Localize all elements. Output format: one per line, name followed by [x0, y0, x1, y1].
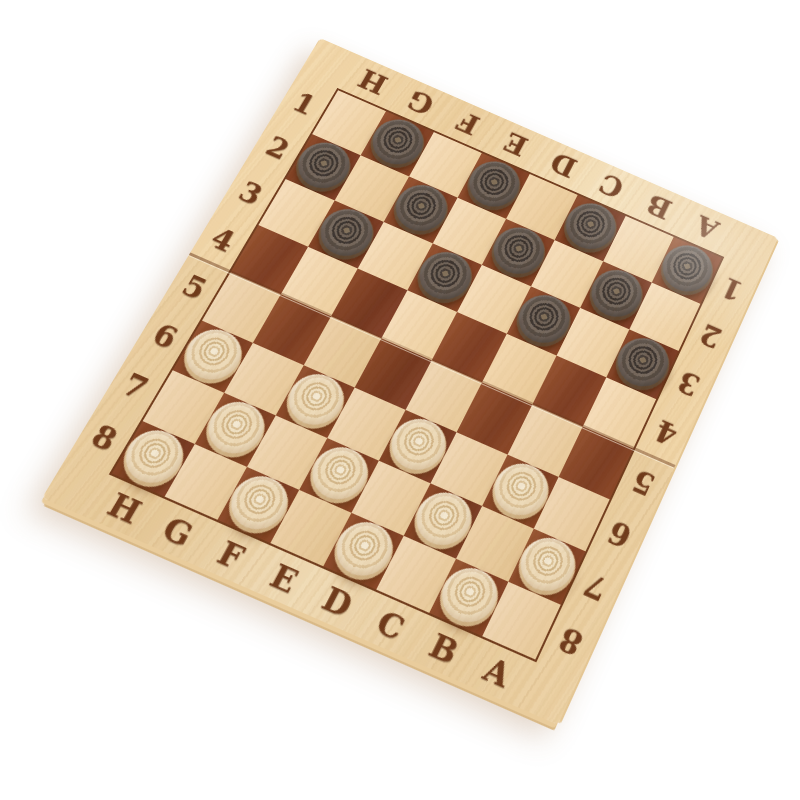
playing-field	[109, 88, 724, 662]
photo-background: HGFEDCBA HGFEDCBA 12345678 12345678	[0, 0, 800, 800]
game-board: HGFEDCBA HGFEDCBA 12345678 12345678	[42, 38, 778, 725]
